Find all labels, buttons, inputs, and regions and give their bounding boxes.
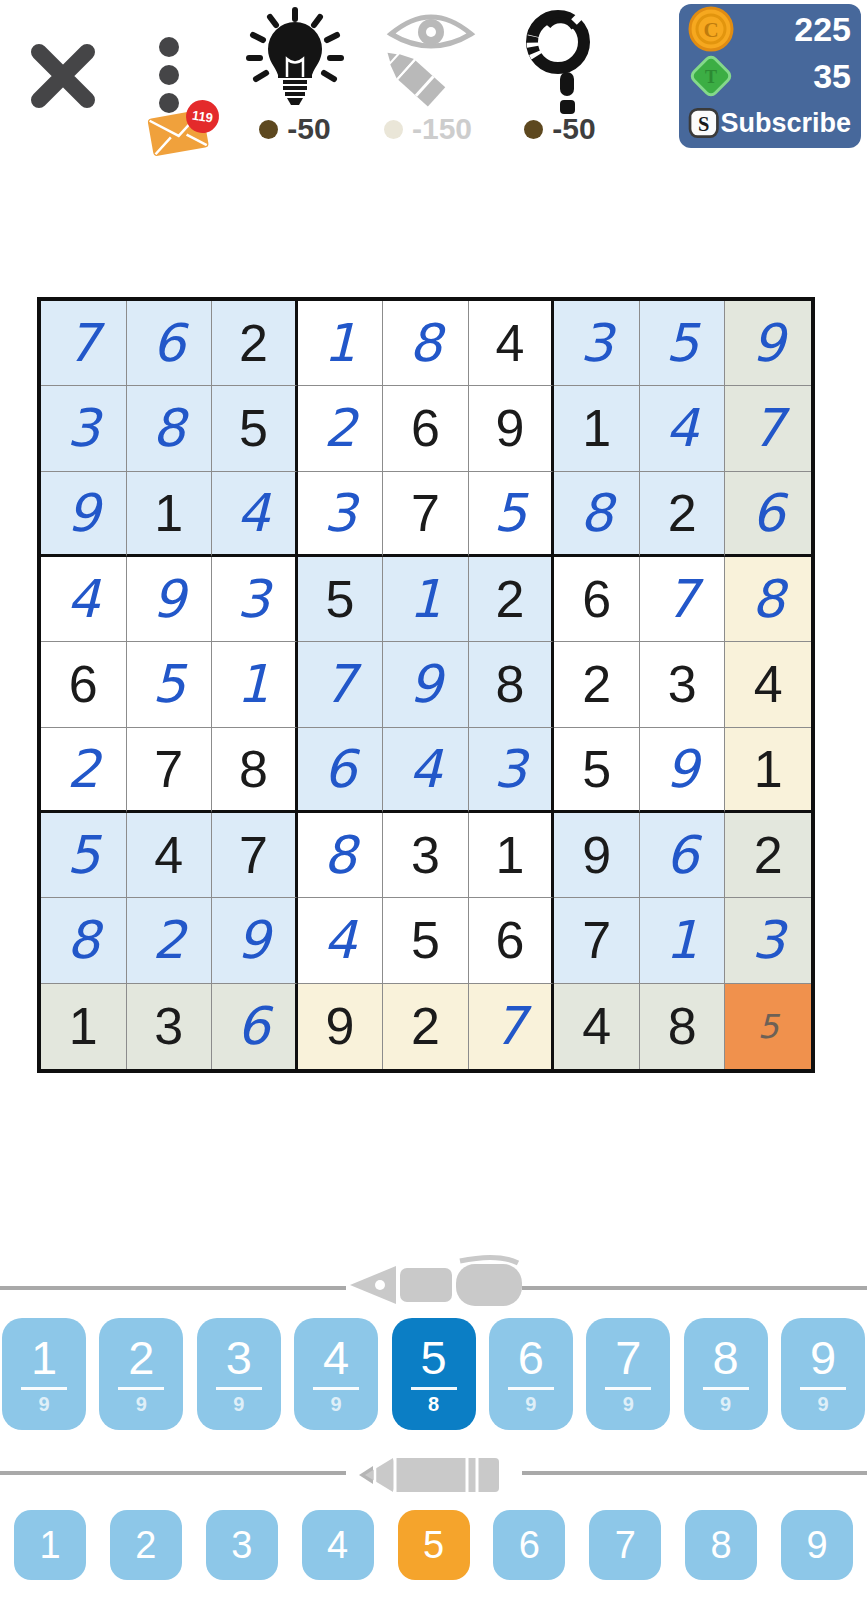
- entered-digit: 3: [323, 483, 356, 543]
- pencil-tool-icon: [355, 1450, 513, 1504]
- entered-digit: 4: [237, 483, 270, 543]
- coins-row: C 225: [687, 6, 851, 52]
- cell-r7c7[interactable]: 9: [554, 813, 640, 898]
- pen-digit-underline: [800, 1387, 846, 1390]
- entered-digit: 2: [152, 910, 185, 970]
- given-digit: 6: [496, 910, 525, 970]
- given-digit: 5: [411, 910, 440, 970]
- cell-r7c3[interactable]: 7: [212, 813, 298, 898]
- tokens-row: T 35: [687, 53, 851, 99]
- cell-r7c1[interactable]: 5: [41, 813, 127, 898]
- cell-r5c4[interactable]: 7: [298, 642, 384, 727]
- cell-r2c9[interactable]: 7: [725, 386, 811, 471]
- entered-digit: 5: [152, 654, 185, 714]
- cell-r6c5[interactable]: 4: [383, 728, 469, 813]
- check-cost: -50: [508, 112, 612, 146]
- pencil-digit-label: 4: [327, 1524, 348, 1567]
- pencil-digit-label: 8: [711, 1524, 732, 1567]
- given-digit: 1: [754, 739, 783, 799]
- entered-digit: 8: [752, 569, 785, 629]
- cell-r2c5[interactable]: 6: [383, 386, 469, 471]
- entered-digit: 8: [323, 825, 356, 885]
- cell-r6c3[interactable]: 8: [212, 728, 298, 813]
- close-icon: [28, 40, 98, 112]
- pencil-mark: 5: [758, 1007, 779, 1046]
- sudoku-board: 7621843593852691479143758264935126786517…: [37, 297, 815, 1073]
- cell-r5c8[interactable]: 3: [640, 642, 726, 727]
- cell-r3c8[interactable]: 2: [640, 472, 726, 557]
- pencil-digit-6[interactable]: 6: [493, 1510, 565, 1580]
- pencil-digit-tray: 123456789: [0, 1510, 867, 1582]
- cell-r8c4[interactable]: 4: [298, 898, 384, 983]
- cell-r6c7[interactable]: 5: [554, 728, 640, 813]
- cell-r4c2[interactable]: 9: [127, 557, 213, 642]
- cell-r4c8[interactable]: 7: [640, 557, 726, 642]
- cell-r2c3[interactable]: 5: [212, 386, 298, 471]
- pencil-digit-label: 3: [231, 1524, 252, 1567]
- cell-r8c8[interactable]: 1: [640, 898, 726, 983]
- cell-r3c5[interactable]: 7: [383, 472, 469, 557]
- pen-digit-underline: [118, 1387, 164, 1390]
- magnifier-icon: [512, 6, 602, 114]
- eye-pencil-icon: [375, 8, 481, 108]
- entered-digit: 4: [323, 910, 356, 970]
- entered-digit: 5: [67, 825, 100, 885]
- given-digit: 9: [496, 398, 525, 458]
- close-button[interactable]: [28, 40, 98, 116]
- pencil-digit-7[interactable]: 7: [589, 1510, 661, 1580]
- pencil-digit-label: 5: [423, 1524, 444, 1567]
- pencil-digit-label: 1: [39, 1524, 60, 1567]
- entered-digit: 8: [152, 398, 185, 458]
- cell-r9c3[interactable]: 6: [212, 984, 298, 1069]
- pen-digit-tray: 192939495869798999: [0, 1318, 867, 1430]
- cell-r2c7[interactable]: 1: [554, 386, 640, 471]
- given-digit: 1: [69, 996, 98, 1056]
- pen-digit-count: 9: [136, 1394, 147, 1414]
- given-digit: 2: [668, 483, 697, 543]
- cell-r9c8[interactable]: 8: [640, 984, 726, 1069]
- svg-text:C: C: [703, 18, 718, 42]
- cell-r7c5[interactable]: 3: [383, 813, 469, 898]
- coin-balance: 225: [794, 10, 851, 49]
- pen-digit-underline: [411, 1387, 457, 1390]
- pen-digit-underline: [703, 1387, 749, 1390]
- entered-digit: 3: [494, 739, 527, 799]
- entered-digit: 7: [752, 398, 785, 458]
- given-digit: 5: [239, 398, 268, 458]
- pen-digit-count: 9: [720, 1394, 731, 1414]
- entered-digit: 7: [666, 569, 699, 629]
- pen-digit-label: 6: [518, 1334, 544, 1381]
- entered-digit: 7: [494, 996, 527, 1056]
- pencil-digit-label: 6: [519, 1524, 540, 1567]
- cell-r3c6[interactable]: 5: [469, 472, 555, 557]
- cell-r4c5[interactable]: 1: [383, 557, 469, 642]
- reveal-cost-value: -150: [412, 112, 472, 146]
- cell-r7c8[interactable]: 6: [640, 813, 726, 898]
- cell-r2c1[interactable]: 3: [41, 386, 127, 471]
- given-digit: 7: [154, 739, 183, 799]
- pencil-digit-1[interactable]: 1: [14, 1510, 86, 1580]
- cell-r7c9[interactable]: 2: [725, 813, 811, 898]
- entered-digit: 7: [323, 654, 356, 714]
- pen-digit-count: 8: [428, 1394, 439, 1414]
- entered-digit: 6: [666, 825, 699, 885]
- given-digit: 7: [239, 825, 268, 885]
- cell-r6c2[interactable]: 7: [127, 728, 213, 813]
- entered-digit: 4: [409, 739, 442, 799]
- cell-r4c4[interactable]: 5: [298, 557, 384, 642]
- pen-digit-label: 9: [810, 1334, 836, 1381]
- cell-r6c4[interactable]: 6: [298, 728, 384, 813]
- reveal-button[interactable]: [375, 8, 481, 112]
- entered-digit: 6: [323, 739, 356, 799]
- cell-r1c7[interactable]: 3: [554, 301, 640, 386]
- entered-digit: 2: [67, 739, 100, 799]
- pen-digit-count: 9: [38, 1394, 49, 1414]
- pencil-divider-left: [0, 1471, 346, 1475]
- hint-button[interactable]: [243, 6, 347, 112]
- pen-digit-underline: [216, 1387, 262, 1390]
- pen-digit-3[interactable]: 39: [197, 1318, 281, 1430]
- cell-r9c2[interactable]: 3: [127, 984, 213, 1069]
- sudoku-app-screen: 119 -50: [0, 0, 867, 1600]
- given-digit: 8: [239, 739, 268, 799]
- svg-text:T: T: [705, 67, 717, 87]
- entered-digit: 3: [67, 398, 100, 458]
- given-digit: 3: [668, 654, 697, 714]
- pen-digit-label: 3: [226, 1334, 252, 1381]
- pen-digit-count: 9: [623, 1394, 634, 1414]
- given-digit: 5: [582, 739, 611, 799]
- check-button[interactable]: [512, 6, 602, 118]
- entered-digit: 4: [666, 398, 699, 458]
- entered-digit: 4: [67, 569, 100, 629]
- pen-digit-count: 9: [331, 1394, 342, 1414]
- subscribe-row[interactable]: S Subscribe: [687, 100, 851, 146]
- cell-r1c5[interactable]: 8: [383, 301, 469, 386]
- cell-r1c4[interactable]: 1: [298, 301, 384, 386]
- subscribe-logo-icon: S: [687, 101, 720, 145]
- pen-digit-4[interactable]: 49: [294, 1318, 378, 1430]
- given-digit: 2: [754, 825, 783, 885]
- cell-r3c4[interactable]: 3: [298, 472, 384, 557]
- entered-digit: 9: [152, 569, 185, 629]
- entered-digit: 8: [67, 910, 100, 970]
- cell-r2c8[interactable]: 4: [640, 386, 726, 471]
- pen-digit-count: 9: [233, 1394, 244, 1414]
- pen-divider-left: [0, 1286, 346, 1290]
- cell-r8c2[interactable]: 2: [127, 898, 213, 983]
- cell-r9c1[interactable]: 1: [41, 984, 127, 1069]
- reveal-cost: -150: [363, 112, 493, 146]
- given-digit: 6: [411, 398, 440, 458]
- entered-digit: 1: [237, 654, 270, 714]
- given-digit: 2: [239, 313, 268, 373]
- given-digit: 4: [154, 825, 183, 885]
- cell-r3c7[interactable]: 8: [554, 472, 640, 557]
- cell-r4c9[interactable]: 8: [725, 557, 811, 642]
- entered-digit: 6: [237, 996, 270, 1056]
- coin-cost-dot-disabled: [384, 120, 403, 139]
- coin-icon: C: [687, 5, 735, 53]
- cell-r6c8[interactable]: 9: [640, 728, 726, 813]
- entered-digit: 5: [666, 313, 699, 373]
- given-digit: 1: [582, 398, 611, 458]
- pen-digit-1[interactable]: 19: [2, 1318, 86, 1430]
- cell-r3c2[interactable]: 1: [127, 472, 213, 557]
- cell-r5c9[interactable]: 4: [725, 642, 811, 727]
- given-digit: 1: [496, 825, 525, 885]
- hint-cost: -50: [243, 112, 347, 146]
- entered-digit: 1: [323, 313, 356, 373]
- cell-r4c6[interactable]: 2: [469, 557, 555, 642]
- given-digit: 4: [582, 996, 611, 1056]
- pencil-digit-4[interactable]: 4: [302, 1510, 374, 1580]
- cell-r5c6[interactable]: 8: [469, 642, 555, 727]
- pen-digit-2[interactable]: 29: [99, 1318, 183, 1430]
- given-digit: 3: [154, 996, 183, 1056]
- cell-r1c8[interactable]: 5: [640, 301, 726, 386]
- cell-r3c3[interactable]: 4: [212, 472, 298, 557]
- given-digit: 8: [668, 996, 697, 1056]
- given-digit: 8: [496, 654, 525, 714]
- entered-digit: 6: [752, 483, 785, 543]
- entered-digit: 9: [67, 483, 100, 543]
- entered-digit: 3: [237, 569, 270, 629]
- given-digit: 2: [496, 569, 525, 629]
- given-digit: 5: [325, 569, 354, 629]
- pen-digit-6[interactable]: 69: [489, 1318, 573, 1430]
- pen-digit-underline: [605, 1387, 651, 1390]
- given-digit: 6: [582, 569, 611, 629]
- cell-r2c2[interactable]: 8: [127, 386, 213, 471]
- cell-r4c1[interactable]: 4: [41, 557, 127, 642]
- pencil-digit-label: 7: [615, 1524, 636, 1567]
- pen-digit-label: 8: [713, 1334, 739, 1381]
- cell-r5c3[interactable]: 1: [212, 642, 298, 727]
- given-digit: 4: [754, 654, 783, 714]
- entered-digit: 9: [237, 910, 270, 970]
- pen-digit-label: 2: [128, 1334, 154, 1381]
- given-digit: 1: [154, 483, 183, 543]
- entered-digit: 9: [666, 739, 699, 799]
- cell-r7c6[interactable]: 1: [469, 813, 555, 898]
- cell-r4c7[interactable]: 6: [554, 557, 640, 642]
- given-digit: 6: [69, 654, 98, 714]
- hint-cost-value: -50: [287, 112, 330, 146]
- entered-digit: 8: [409, 313, 442, 373]
- entered-digit: 2: [323, 398, 356, 458]
- given-digit: 4: [496, 313, 525, 373]
- cell-r1c3[interactable]: 2: [212, 301, 298, 386]
- cell-r9c6[interactable]: 7: [469, 984, 555, 1069]
- messages-button[interactable]: 119: [146, 102, 222, 158]
- cell-r8c7[interactable]: 7: [554, 898, 640, 983]
- pencil-digit-9[interactable]: 9: [781, 1510, 853, 1580]
- pencil-digit-2[interactable]: 2: [110, 1510, 182, 1580]
- given-digit: 7: [411, 483, 440, 543]
- pen-digit-count: 9: [525, 1394, 536, 1414]
- cell-r8c5[interactable]: 5: [383, 898, 469, 983]
- entered-digit: 5: [494, 483, 527, 543]
- entered-digit: 9: [752, 313, 785, 373]
- pen-digit-label: 5: [420, 1334, 446, 1381]
- cell-r7c2[interactable]: 4: [127, 813, 213, 898]
- given-digit: 2: [582, 654, 611, 714]
- given-digit: 9: [582, 825, 611, 885]
- cell-r3c9[interactable]: 6: [725, 472, 811, 557]
- pen-digit-count: 9: [817, 1394, 828, 1414]
- given-digit: 3: [411, 825, 440, 885]
- pen-digit-label: 7: [615, 1334, 641, 1381]
- entered-digit: 1: [666, 910, 699, 970]
- pen-digit-8[interactable]: 89: [684, 1318, 768, 1430]
- cell-r5c7[interactable]: 2: [554, 642, 640, 727]
- coin-cost-dot: [524, 120, 543, 139]
- pencil-digit-3[interactable]: 3: [206, 1510, 278, 1580]
- cell-r1c2[interactable]: 6: [127, 301, 213, 386]
- cell-r5c5[interactable]: 9: [383, 642, 469, 727]
- pen-tool-icon: [346, 1252, 526, 1322]
- cell-r4c3[interactable]: 3: [212, 557, 298, 642]
- cell-r8c6[interactable]: 6: [469, 898, 555, 983]
- pencil-digit-label: 2: [135, 1524, 156, 1567]
- pen-divider-right: [522, 1286, 867, 1290]
- pen-digit-underline: [508, 1387, 554, 1390]
- cell-r9c9[interactable]: 5: [725, 984, 811, 1069]
- cell-r8c1[interactable]: 8: [41, 898, 127, 983]
- cell-r3c1[interactable]: 9: [41, 472, 127, 557]
- pen-digit-5[interactable]: 58: [392, 1318, 476, 1430]
- cell-r7c4[interactable]: 8: [298, 813, 384, 898]
- cell-r6c1[interactable]: 2: [41, 728, 127, 813]
- cell-r8c9[interactable]: 3: [725, 898, 811, 983]
- svg-text:S: S: [698, 113, 709, 135]
- given-digit: 7: [582, 910, 611, 970]
- cell-r2c4[interactable]: 2: [298, 386, 384, 471]
- given-digit: 9: [325, 996, 354, 1056]
- cell-r5c2[interactable]: 5: [127, 642, 213, 727]
- entered-digit: 9: [409, 654, 442, 714]
- cell-r1c1[interactable]: 7: [41, 301, 127, 386]
- cell-r5c1[interactable]: 6: [41, 642, 127, 727]
- lightbulb-icon: [243, 6, 347, 108]
- pen-digit-label: 1: [31, 1334, 57, 1381]
- coin-cost-dot: [259, 120, 278, 139]
- entered-digit: 3: [752, 910, 785, 970]
- pen-digit-underline: [21, 1387, 67, 1390]
- subscribe-label: Subscribe: [720, 108, 851, 139]
- token-icon: T: [687, 52, 735, 100]
- pen-digit-7[interactable]: 79: [586, 1318, 670, 1430]
- cell-r9c7[interactable]: 4: [554, 984, 640, 1069]
- wallet-panel: C 225 T 35 S Subscribe: [679, 4, 861, 148]
- pen-digit-underline: [313, 1387, 359, 1390]
- pencil-digit-label: 9: [806, 1524, 827, 1567]
- entered-digit: 7: [67, 313, 100, 373]
- cell-r1c9[interactable]: 9: [725, 301, 811, 386]
- entered-digit: 6: [152, 313, 185, 373]
- pencil-digit-8[interactable]: 8: [685, 1510, 757, 1580]
- entered-digit: 3: [580, 313, 613, 373]
- pen-digit-label: 4: [323, 1334, 349, 1381]
- cell-r2c6[interactable]: 9: [469, 386, 555, 471]
- cell-r9c5[interactable]: 2: [383, 984, 469, 1069]
- entered-digit: 1: [409, 569, 442, 629]
- pen-digit-9[interactable]: 99: [781, 1318, 865, 1430]
- token-balance: 35: [813, 57, 851, 96]
- cell-r6c9[interactable]: 1: [725, 728, 811, 813]
- cell-r8c3[interactable]: 9: [212, 898, 298, 983]
- cell-r1c6[interactable]: 4: [469, 301, 555, 386]
- cell-r6c6[interactable]: 3: [469, 728, 555, 813]
- check-cost-value: -50: [552, 112, 595, 146]
- given-digit: 2: [411, 996, 440, 1056]
- pencil-divider-right: [522, 1471, 867, 1475]
- pencil-digit-5[interactable]: 5: [398, 1510, 470, 1580]
- entered-digit: 8: [580, 483, 613, 543]
- cell-r9c4[interactable]: 9: [298, 984, 384, 1069]
